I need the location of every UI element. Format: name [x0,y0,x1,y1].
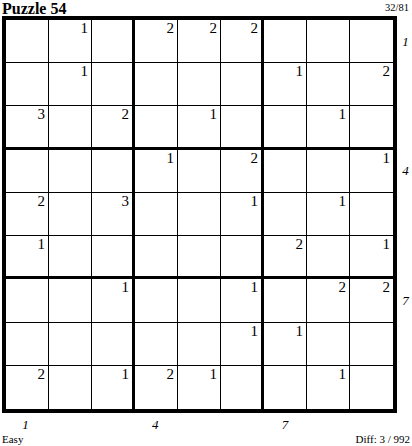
cell-r5c4[interactable] [135,193,178,236]
cell-r4c2[interactable] [49,150,92,193]
clue-count: 32/81 [385,2,409,13]
cell-r3c6[interactable] [221,106,264,149]
cell-r7c6: 1 [221,279,264,322]
cell-r1c1[interactable] [6,20,49,63]
difficulty-label: Easy [2,433,23,445]
cell-r8c7: 1 [264,323,307,366]
cell-r3c9[interactable] [350,106,393,149]
cell-r3c7[interactable] [264,106,307,149]
cell-r8c6: 1 [221,323,264,366]
cell-r2c2: 1 [49,63,92,106]
cell-r6c1: 1 [6,236,49,279]
cell-r6c8[interactable] [307,236,350,279]
clue-number: 1 [122,367,130,382]
cell-r5c3: 3 [92,193,135,236]
cell-r1c2: 1 [49,20,92,63]
cell-r9c3: 1 [92,366,135,409]
clue-number: 1 [122,280,130,295]
cell-r2c1[interactable] [6,63,49,106]
clue-number: 2 [122,107,130,122]
clue-number: 2 [251,21,259,36]
row-label-7: 7 [399,279,412,322]
cell-r1c9[interactable] [350,20,393,63]
cell-r7c7[interactable] [264,279,307,322]
cell-r7c3: 1 [92,279,135,322]
cell-r9c6[interactable] [221,366,264,409]
cell-r1c5: 2 [178,20,221,63]
cell-r4c4: 1 [135,150,178,193]
cell-r1c6: 2 [221,20,264,63]
cell-r9c1: 2 [6,366,49,409]
cell-r1c7[interactable] [264,20,307,63]
clue-number: 2 [251,151,259,166]
col-label-1: 1 [4,417,47,432]
clue-number: 2 [383,280,391,295]
cell-r8c3[interactable] [92,323,135,366]
clue-number: 2 [38,194,46,209]
cell-r8c8[interactable] [307,323,350,366]
clue-number: 1 [81,21,89,36]
clue-number: 3 [122,194,130,209]
cell-r9c9[interactable] [350,366,393,409]
cell-r7c8: 2 [307,279,350,322]
cell-r5c8: 1 [307,193,350,236]
clue-number: 1 [251,280,259,295]
cell-r4c6: 2 [221,150,264,193]
clue-number: 1 [339,194,347,209]
diff-stat: Diff: 3 / 992 [356,433,411,445]
cell-r2c9: 2 [350,63,393,106]
cell-r2c6[interactable] [221,63,264,106]
clue-number: 1 [296,324,304,339]
row-label-1: 1 [399,20,412,63]
cell-r4c1[interactable] [6,150,49,193]
cell-r7c1[interactable] [6,279,49,322]
cell-r6c4[interactable] [135,236,178,279]
cell-r2c8[interactable] [307,63,350,106]
clue-number: 1 [210,107,218,122]
cell-r4c7[interactable] [264,150,307,193]
col-label-4: 4 [134,417,177,432]
cell-r8c5[interactable] [178,323,221,366]
clue-number: 2 [210,21,218,36]
cell-r3c8: 1 [307,106,350,149]
cell-r7c4[interactable] [135,279,178,322]
clue-number: 1 [210,367,218,382]
col-label-7: 7 [263,417,306,432]
cell-r3c3: 2 [92,106,135,149]
board: 12221123211121231112111221121211 [2,16,397,413]
cell-r5c9[interactable] [350,193,393,236]
cell-r1c3[interactable] [92,20,135,63]
clue-number: 2 [38,367,46,382]
clue-number: 2 [296,237,304,252]
row-label-4: 4 [399,150,412,193]
cell-r7c9: 2 [350,279,393,322]
clue-number: 1 [296,64,304,79]
cell-r1c8[interactable] [307,20,350,63]
cell-r4c8[interactable] [307,150,350,193]
cell-r2c3[interactable] [92,63,135,106]
cell-r8c9[interactable] [350,323,393,366]
clue-number: 2 [383,64,391,79]
clue-number: 2 [339,280,347,295]
cell-r2c7: 1 [264,63,307,106]
cell-r9c5: 1 [178,366,221,409]
cell-r2c4[interactable] [135,63,178,106]
cell-r2c5[interactable] [178,63,221,106]
clue-number: 1 [251,324,259,339]
clue-number: 2 [167,367,175,382]
cell-r5c2[interactable] [49,193,92,236]
clue-number: 1 [383,237,391,252]
cell-r9c7[interactable] [264,366,307,409]
clue-number: 1 [383,151,391,166]
cell-r6c2[interactable] [49,236,92,279]
cell-r5c1: 2 [6,193,49,236]
clue-number: 2 [167,21,175,36]
cell-r6c9: 1 [350,236,393,279]
cell-r7c2[interactable] [49,279,92,322]
cell-r8c2[interactable] [49,323,92,366]
cell-r5c7[interactable] [264,193,307,236]
cell-r6c6[interactable] [221,236,264,279]
clue-number: 3 [38,107,46,122]
cell-r7c5[interactable] [178,279,221,322]
cell-r6c3[interactable] [92,236,135,279]
cell-r3c5: 1 [178,106,221,149]
cell-r6c7: 2 [264,236,307,279]
cell-r8c4[interactable] [135,323,178,366]
cell-r9c8: 1 [307,366,350,409]
cell-r9c2[interactable] [49,366,92,409]
cell-r4c3[interactable] [92,150,135,193]
cell-r6c5[interactable] [178,236,221,279]
cell-r9c4: 2 [135,366,178,409]
cell-r3c1: 3 [6,106,49,149]
clue-number: 1 [81,64,89,79]
cell-r8c1[interactable] [6,323,49,366]
cell-r4c9: 1 [350,150,393,193]
cell-r3c4[interactable] [135,106,178,149]
clue-number: 1 [339,107,347,122]
clue-number: 1 [251,194,259,209]
cell-r5c6: 1 [221,193,264,236]
cell-r5c5[interactable] [178,193,221,236]
cell-r1c4: 2 [135,20,178,63]
cell-r4c5[interactable] [178,150,221,193]
clue-number: 1 [38,237,46,252]
cell-r3c2[interactable] [49,106,92,149]
clue-number: 1 [167,151,175,166]
puzzle-page: { "game": "minesweeper-sudoku corner-clu… [0,0,412,446]
clue-number: 1 [339,367,347,382]
